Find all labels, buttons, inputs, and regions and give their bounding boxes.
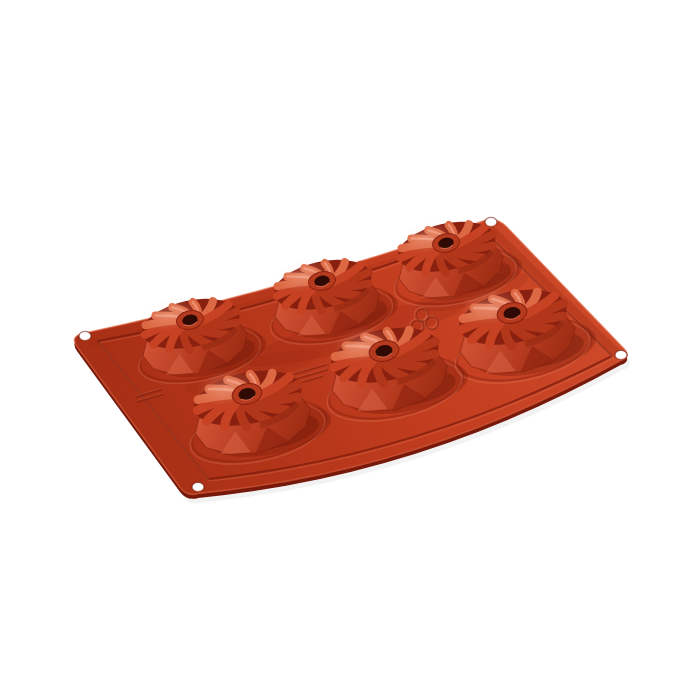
product-photo-silicone-mold: Terracotta-red silicone baking mould wit… [0, 0, 700, 700]
